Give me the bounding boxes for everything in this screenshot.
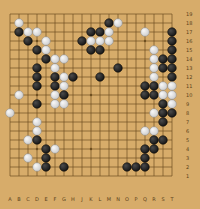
row-label-14: 14 [186, 57, 192, 62]
black-stone-D13 [33, 64, 42, 73]
row-label-18: 18 [186, 21, 192, 26]
black-stone-R5 [150, 136, 159, 145]
star-point [36, 40, 38, 42]
black-stone-C16 [24, 37, 33, 46]
white-stone-B10 [15, 91, 24, 100]
white-stone-F14 [51, 55, 60, 64]
row-label-9: 9 [186, 102, 189, 107]
white-stone-T9 [168, 100, 177, 109]
black-stone-Q11 [141, 82, 150, 91]
row-label-16: 16 [186, 39, 192, 44]
black-stone-G10 [60, 91, 69, 100]
black-stone-D9 [33, 100, 42, 109]
column-label-M: M [107, 197, 111, 202]
star-point [90, 94, 92, 96]
white-stone-G14 [60, 55, 69, 64]
white-stone-Q6 [141, 127, 150, 136]
black-stone-T12 [168, 73, 177, 82]
white-stone-R14 [150, 55, 159, 64]
column-label-C: C [26, 197, 30, 202]
black-stone-J16 [78, 37, 87, 46]
star-point [36, 148, 38, 150]
black-stone-R4 [150, 145, 159, 154]
black-stone-T14 [168, 55, 177, 64]
white-stone-A8 [6, 109, 15, 118]
white-stone-N18 [114, 19, 123, 28]
black-stone-R11 [150, 82, 159, 91]
black-stone-D5 [33, 136, 42, 145]
black-stone-L15 [96, 46, 105, 55]
white-stone-D2 [33, 163, 42, 172]
white-stone-T11 [168, 82, 177, 91]
white-stone-T10 [168, 91, 177, 100]
column-label-S: S [161, 197, 164, 202]
black-stone-E2 [42, 163, 51, 172]
row-label-2: 2 [186, 165, 189, 170]
black-stone-P2 [132, 163, 141, 172]
row-label-6: 6 [186, 129, 189, 134]
go-board[interactable] [0, 0, 200, 209]
column-label-O: O [125, 197, 129, 202]
column-label-P: P [134, 197, 137, 202]
go-board-screenshot: ABCDEFGHJKLMNOPQRST191817161514131211109… [0, 0, 200, 209]
black-stone-G2 [60, 163, 69, 172]
black-stone-K15 [87, 46, 96, 55]
row-label-1: 1 [186, 174, 189, 179]
row-label-11: 11 [186, 84, 192, 89]
black-stone-D12 [33, 73, 42, 82]
black-stone-Q10 [141, 91, 150, 100]
white-stone-F4 [51, 145, 60, 154]
black-stone-F11 [51, 82, 60, 91]
column-label-R: R [152, 197, 155, 202]
black-stone-E4 [42, 145, 51, 154]
black-stone-Q2 [141, 163, 150, 172]
white-stone-F10 [51, 91, 60, 100]
white-stone-R6 [150, 127, 159, 136]
star-point [90, 148, 92, 150]
row-label-19: 19 [186, 12, 192, 17]
white-stone-C17 [24, 28, 33, 37]
black-stone-E3 [42, 154, 51, 163]
black-stone-S7 [159, 118, 168, 127]
column-label-Q: Q [143, 197, 147, 202]
black-stone-T8 [168, 109, 177, 118]
row-label-3: 3 [186, 156, 189, 161]
white-stone-G9 [60, 100, 69, 109]
black-stone-D11 [33, 82, 42, 91]
black-stone-R10 [150, 91, 159, 100]
black-stone-S8 [159, 109, 168, 118]
white-stone-R13 [150, 64, 159, 73]
column-label-A: A [8, 197, 11, 202]
column-label-N: N [116, 197, 120, 202]
row-label-4: 4 [186, 147, 189, 152]
column-label-G: G [62, 197, 66, 202]
column-label-T: T [170, 197, 173, 202]
black-stone-F12 [51, 73, 60, 82]
row-label-5: 5 [186, 138, 189, 143]
white-stone-G11 [60, 82, 69, 91]
column-label-J: J [81, 197, 82, 202]
white-stone-R15 [150, 46, 159, 55]
black-stone-E14 [42, 55, 51, 64]
white-stone-L16 [96, 37, 105, 46]
white-stone-D6 [33, 127, 42, 136]
white-stone-S10 [159, 91, 168, 100]
white-stone-F9 [51, 100, 60, 109]
black-stone-T17 [168, 28, 177, 37]
white-stone-Q17 [141, 28, 150, 37]
white-stone-F13 [51, 64, 60, 73]
white-stone-D17 [33, 28, 42, 37]
white-stone-B18 [15, 19, 24, 28]
row-label-17: 17 [186, 30, 192, 35]
white-stone-E16 [42, 37, 51, 46]
row-label-15: 15 [186, 48, 192, 53]
white-stone-C5 [24, 136, 33, 145]
black-stone-O2 [123, 163, 132, 172]
column-label-H: H [71, 197, 75, 202]
black-stone-M18 [105, 19, 114, 28]
black-stone-S14 [159, 55, 168, 64]
black-stone-S5 [159, 136, 168, 145]
black-stone-K17 [87, 28, 96, 37]
black-stone-D15 [33, 46, 42, 55]
white-stone-S11 [159, 82, 168, 91]
column-label-D: D [35, 197, 39, 202]
row-label-12: 12 [186, 75, 192, 80]
black-stone-T13 [168, 64, 177, 73]
black-stone-T16 [168, 37, 177, 46]
white-stone-M16 [105, 37, 114, 46]
white-stone-K16 [87, 37, 96, 46]
column-label-B: B [17, 197, 20, 202]
black-stone-T15 [168, 46, 177, 55]
white-stone-M17 [105, 28, 114, 37]
row-label-13: 13 [186, 66, 192, 71]
column-label-K: K [89, 197, 92, 202]
black-stone-Q4 [141, 145, 150, 154]
white-stone-C3 [24, 154, 33, 163]
white-stone-D7 [33, 118, 42, 127]
black-stone-L17 [96, 28, 105, 37]
black-stone-S9 [159, 100, 168, 109]
black-stone-N13 [114, 64, 123, 73]
black-stone-L12 [96, 73, 105, 82]
white-stone-R8 [150, 109, 159, 118]
column-label-L: L [99, 197, 102, 202]
black-stone-S13 [159, 64, 168, 73]
white-stone-R12 [150, 73, 159, 82]
black-stone-Q3 [141, 154, 150, 163]
row-label-7: 7 [186, 120, 189, 125]
black-stone-B17 [15, 28, 24, 37]
black-stone-H12 [69, 73, 78, 82]
column-label-E: E [44, 197, 47, 202]
row-label-8: 8 [186, 111, 189, 116]
white-stone-E15 [42, 46, 51, 55]
star-point [36, 94, 38, 96]
row-label-10: 10 [186, 93, 192, 98]
column-label-F: F [54, 197, 57, 202]
white-stone-G12 [60, 73, 69, 82]
star-point [144, 40, 146, 42]
